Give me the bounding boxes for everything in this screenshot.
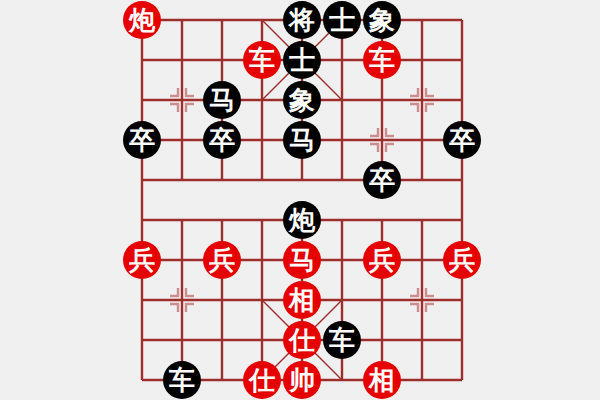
black-elephant[interactable]: 象	[363, 1, 401, 39]
point-3-8[interactable]	[242, 320, 282, 360]
point-1-1[interactable]	[162, 40, 202, 80]
point-8-9[interactable]	[442, 360, 482, 400]
point-4-9[interactable]: 帅	[282, 360, 322, 400]
point-6-5[interactable]	[362, 200, 402, 240]
point-6-0[interactable]: 象	[362, 0, 402, 40]
point-3-6[interactable]	[242, 240, 282, 280]
red-cannon[interactable]: 炮	[123, 1, 161, 39]
point-7-9[interactable]	[402, 360, 442, 400]
point-5-2[interactable]	[322, 80, 362, 120]
point-5-8[interactable]: 车	[322, 320, 362, 360]
black-rook[interactable]: 车	[323, 321, 361, 359]
point-6-3[interactable]	[362, 120, 402, 160]
point-0-3[interactable]: 卒	[122, 120, 162, 160]
point-8-6[interactable]: 兵	[442, 240, 482, 280]
red-horse[interactable]: 马	[283, 241, 321, 279]
point-6-2[interactable]	[362, 80, 402, 120]
black-horse[interactable]: 马	[203, 81, 241, 119]
black-advisor[interactable]: 士	[283, 41, 321, 79]
black-rook[interactable]: 车	[163, 361, 201, 399]
point-1-5[interactable]	[162, 200, 202, 240]
point-3-0[interactable]	[242, 0, 282, 40]
point-8-4[interactable]	[442, 160, 482, 200]
point-7-7[interactable]	[402, 280, 442, 320]
point-2-2[interactable]: 马	[202, 80, 242, 120]
black-cannon[interactable]: 炮	[283, 201, 321, 239]
point-7-4[interactable]	[402, 160, 442, 200]
point-2-3[interactable]: 卒	[202, 120, 242, 160]
point-2-6[interactable]: 兵	[202, 240, 242, 280]
red-pawn[interactable]: 兵	[123, 241, 161, 279]
point-7-5[interactable]	[402, 200, 442, 240]
point-4-3[interactable]: 马	[282, 120, 322, 160]
point-7-2[interactable]	[402, 80, 442, 120]
point-8-2[interactable]	[442, 80, 482, 120]
point-4-8[interactable]: 仕	[282, 320, 322, 360]
point-8-3[interactable]: 卒	[442, 120, 482, 160]
point-5-9[interactable]	[322, 360, 362, 400]
point-6-4[interactable]: 卒	[362, 160, 402, 200]
point-0-4[interactable]	[122, 160, 162, 200]
xiangqi-app-screen: 炮将士象车士车马象卒卒马卒卒炮兵兵马兵兵相仕车车仕帅相	[0, 0, 600, 400]
point-8-0[interactable]	[442, 0, 482, 40]
point-1-8[interactable]	[162, 320, 202, 360]
black-advisor[interactable]: 士	[323, 1, 361, 39]
point-6-1[interactable]: 车	[362, 40, 402, 80]
point-8-5[interactable]	[442, 200, 482, 240]
point-4-6[interactable]: 马	[282, 240, 322, 280]
point-3-4[interactable]	[242, 160, 282, 200]
point-2-7[interactable]	[202, 280, 242, 320]
red-advisor[interactable]: 仕	[283, 321, 321, 359]
point-7-3[interactable]	[402, 120, 442, 160]
point-0-9[interactable]	[122, 360, 162, 400]
point-0-0[interactable]: 炮	[122, 0, 162, 40]
point-2-4[interactable]	[202, 160, 242, 200]
point-0-5[interactable]	[122, 200, 162, 240]
point-3-2[interactable]	[242, 80, 282, 120]
point-3-9[interactable]: 仕	[242, 360, 282, 400]
point-2-9[interactable]	[202, 360, 242, 400]
point-6-6[interactable]: 兵	[362, 240, 402, 280]
point-4-4[interactable]	[282, 160, 322, 200]
red-pawn[interactable]: 兵	[363, 241, 401, 279]
point-3-5[interactable]	[242, 200, 282, 240]
point-7-0[interactable]	[402, 0, 442, 40]
point-4-2[interactable]: 象	[282, 80, 322, 120]
black-pawn[interactable]: 卒	[203, 121, 241, 159]
point-0-1[interactable]	[122, 40, 162, 80]
point-5-7[interactable]	[322, 280, 362, 320]
point-8-1[interactable]	[442, 40, 482, 80]
red-rook[interactable]: 车	[243, 41, 281, 79]
red-elephant[interactable]: 相	[363, 361, 401, 399]
point-1-2[interactable]	[162, 80, 202, 120]
point-3-7[interactable]	[242, 280, 282, 320]
point-7-6[interactable]	[402, 240, 442, 280]
black-pawn[interactable]: 卒	[123, 121, 161, 159]
point-8-7[interactable]	[442, 280, 482, 320]
point-2-1[interactable]	[202, 40, 242, 80]
black-pawn[interactable]: 卒	[443, 121, 481, 159]
point-1-0[interactable]	[162, 0, 202, 40]
black-horse[interactable]: 马	[283, 121, 321, 159]
point-4-5[interactable]: 炮	[282, 200, 322, 240]
point-0-2[interactable]	[122, 80, 162, 120]
point-5-1[interactable]	[322, 40, 362, 80]
red-advisor[interactable]: 仕	[243, 361, 281, 399]
red-king[interactable]: 帅	[283, 361, 321, 399]
point-2-8[interactable]	[202, 320, 242, 360]
point-1-3[interactable]	[162, 120, 202, 160]
point-6-9[interactable]: 相	[362, 360, 402, 400]
point-1-7[interactable]	[162, 280, 202, 320]
red-pawn[interactable]: 兵	[203, 241, 241, 279]
point-2-0[interactable]	[202, 0, 242, 40]
point-4-1[interactable]: 士	[282, 40, 322, 80]
xiangqi-board: 炮将士象车士车马象卒卒马卒卒炮兵兵马兵兵相仕车车仕帅相	[122, 0, 482, 400]
black-general[interactable]: 将	[283, 1, 321, 39]
red-elephant[interactable]: 相	[283, 281, 321, 319]
point-5-3[interactable]	[322, 120, 362, 160]
point-1-4[interactable]	[162, 160, 202, 200]
point-6-7[interactable]	[362, 280, 402, 320]
point-5-4[interactable]	[322, 160, 362, 200]
red-pawn[interactable]: 兵	[443, 241, 481, 279]
point-1-9[interactable]: 车	[162, 360, 202, 400]
point-4-7[interactable]: 相	[282, 280, 322, 320]
point-6-8[interactable]	[362, 320, 402, 360]
point-8-8[interactable]	[442, 320, 482, 360]
point-7-1[interactable]	[402, 40, 442, 80]
black-pawn[interactable]: 卒	[363, 161, 401, 199]
black-elephant[interactable]: 象	[283, 81, 321, 119]
point-2-5[interactable]	[202, 200, 242, 240]
point-7-8[interactable]	[402, 320, 442, 360]
red-rook[interactable]: 车	[363, 41, 401, 79]
point-0-6[interactable]: 兵	[122, 240, 162, 280]
point-5-5[interactable]	[322, 200, 362, 240]
point-0-7[interactable]	[122, 280, 162, 320]
point-3-3[interactable]	[242, 120, 282, 160]
point-5-6[interactable]	[322, 240, 362, 280]
point-1-6[interactable]	[162, 240, 202, 280]
point-3-1[interactable]: 车	[242, 40, 282, 80]
point-4-0[interactable]: 将	[282, 0, 322, 40]
point-0-8[interactable]	[122, 320, 162, 360]
point-5-0[interactable]: 士	[322, 0, 362, 40]
